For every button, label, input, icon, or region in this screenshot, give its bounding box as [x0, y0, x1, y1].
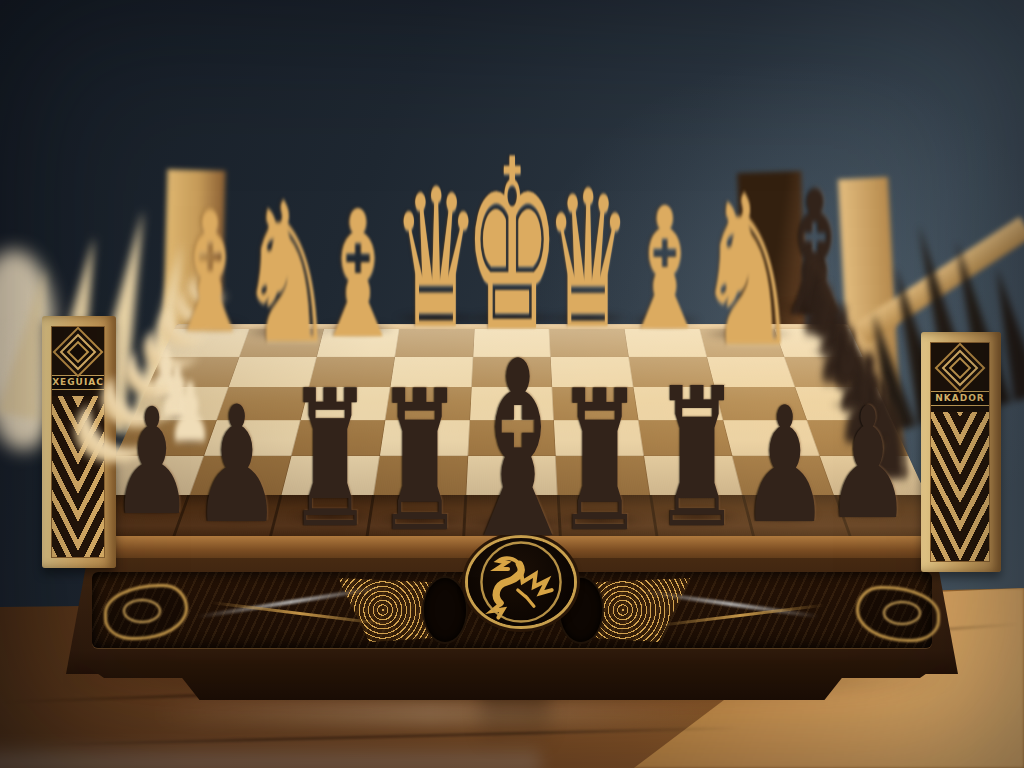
right-corner-pillar: NKADOR	[921, 332, 1001, 572]
diamond-carving	[942, 350, 979, 387]
table-pale-reflection	[0, 742, 540, 768]
left-corner-pillar: XEGUIAC	[42, 316, 116, 568]
chevron-carving	[931, 412, 989, 561]
left-pillar-inlay: XEGUIAC	[51, 326, 105, 558]
dragon-emblem	[472, 540, 570, 624]
right-pillar-inlay: NKADOR	[930, 342, 990, 562]
left-lens-carving	[424, 578, 466, 642]
dragon-medallion	[468, 538, 574, 626]
diamond-carving	[60, 334, 97, 371]
board-light-wash	[77, 324, 947, 540]
table-sheen	[150, 700, 710, 726]
chevron-carving	[52, 396, 104, 557]
scene: XEGUIAC NKADOR ♝♞♝♛♚♛♝♞♝♟♟♜♜♝♜♜♟♟♟♟♟♞♟♞♟…	[0, 0, 1024, 768]
box-plinth	[78, 660, 946, 700]
chessboard-surface[interactable]	[77, 324, 947, 540]
